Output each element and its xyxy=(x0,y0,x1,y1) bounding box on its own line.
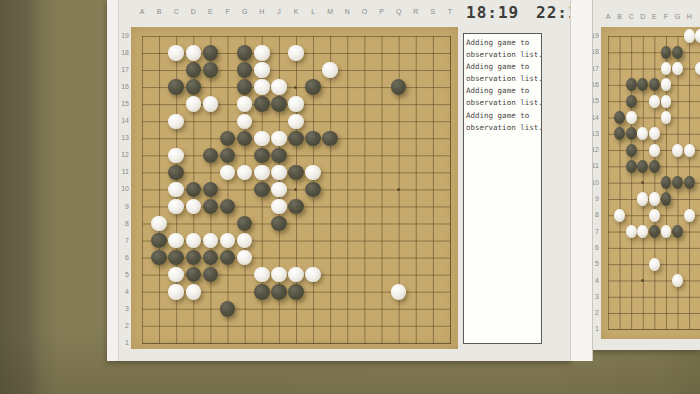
column-label: H xyxy=(685,13,693,21)
black-stone xyxy=(661,46,672,59)
black-stone xyxy=(288,284,304,300)
black-stone xyxy=(220,301,236,317)
black-stone xyxy=(288,165,304,181)
black-stone xyxy=(305,79,321,95)
black-stone xyxy=(288,131,304,147)
white-stone xyxy=(271,131,287,147)
white-stone xyxy=(695,29,700,42)
column-label: A xyxy=(138,8,146,16)
black-stone xyxy=(271,96,287,112)
white-stone xyxy=(168,182,184,198)
white-stone xyxy=(626,111,637,124)
black-stone xyxy=(626,160,637,173)
column-label: B xyxy=(155,8,163,16)
white-stone xyxy=(168,284,184,300)
black-stone xyxy=(322,131,338,147)
white-stone xyxy=(288,96,304,112)
white-stone xyxy=(186,45,202,61)
column-label: D xyxy=(189,8,197,16)
white-stone xyxy=(168,45,184,61)
row-label: 3 xyxy=(115,305,129,313)
white-stone xyxy=(684,29,695,42)
row-label: 9 xyxy=(115,203,129,211)
white-stone xyxy=(254,62,270,78)
black-stone xyxy=(186,62,202,78)
column-label: T xyxy=(446,8,454,16)
black-stone xyxy=(649,225,660,238)
column-label: F xyxy=(662,13,670,21)
row-label: 7 xyxy=(115,237,129,245)
column-label: E xyxy=(650,13,658,21)
white-stone xyxy=(288,114,304,130)
log-line: Adding game to xyxy=(466,37,539,49)
black-stone xyxy=(305,131,321,147)
log-line: Adding game to xyxy=(466,110,539,122)
log-line: observation list. xyxy=(466,122,539,134)
row-label: 10 xyxy=(115,185,129,193)
column-label: M xyxy=(326,8,334,16)
row-label: 15 xyxy=(115,100,129,108)
white-stone xyxy=(649,209,660,222)
row-label: 12 xyxy=(115,151,129,159)
secondary-go-board[interactable] xyxy=(601,27,700,339)
row-label: 8 xyxy=(115,220,129,228)
log-line: observation list. xyxy=(466,49,539,61)
black-stone xyxy=(684,176,695,189)
white-stone xyxy=(649,127,660,140)
black-stone xyxy=(203,62,219,78)
white-stone xyxy=(649,95,660,108)
left-projected-window: 18:19 22:1 ABCDEFGHJKLMNOPQRST1918171615… xyxy=(107,0,570,361)
white-stone xyxy=(288,267,304,283)
white-stone xyxy=(649,192,660,205)
black-stone xyxy=(288,199,304,215)
white-stone xyxy=(626,225,637,238)
black-stone xyxy=(203,45,219,61)
white-stone xyxy=(649,144,660,157)
column-label: K xyxy=(292,8,300,16)
white-clock: 18:19 xyxy=(466,3,519,22)
row-label: 19 xyxy=(115,32,129,40)
row-label: 13 xyxy=(115,134,129,142)
white-stone xyxy=(614,209,625,222)
white-stone xyxy=(672,274,683,287)
white-stone xyxy=(391,284,407,300)
white-stone xyxy=(151,216,167,232)
white-stone xyxy=(203,96,219,112)
row-label: 14 xyxy=(115,117,129,125)
black-stone xyxy=(254,96,270,112)
column-label: S xyxy=(429,8,437,16)
column-label: B xyxy=(616,13,624,21)
column-label: D xyxy=(639,13,647,21)
column-label: P xyxy=(378,8,386,16)
black-stone xyxy=(186,79,202,95)
log-line: Adding game to xyxy=(466,61,539,73)
column-label: L xyxy=(309,8,317,16)
black-stone xyxy=(614,111,625,124)
white-stone xyxy=(637,192,648,205)
window-divider xyxy=(570,0,593,361)
right-projected-window: ABCDEFGH19181716151413121110987654321 xyxy=(591,0,700,350)
black-stone xyxy=(672,46,683,59)
white-stone xyxy=(168,199,184,215)
row-label: 1 xyxy=(115,339,129,347)
row-label: 18 xyxy=(115,49,129,57)
column-label: O xyxy=(360,8,368,16)
black-stone xyxy=(168,165,184,181)
black-stone xyxy=(305,182,321,198)
server-message-log[interactable]: Adding game toobservation list.Adding ga… xyxy=(463,33,542,344)
log-line: observation list. xyxy=(466,73,539,85)
white-stone xyxy=(271,165,287,181)
black-stone xyxy=(271,216,287,232)
row-label: 11 xyxy=(115,168,129,176)
black-stone xyxy=(661,192,672,205)
row-label: 6 xyxy=(115,254,129,262)
white-stone xyxy=(271,182,287,198)
row-label: 2 xyxy=(115,322,129,330)
white-stone xyxy=(186,96,202,112)
column-label: F xyxy=(224,8,232,16)
column-label: J xyxy=(275,8,283,16)
white-stone xyxy=(254,79,270,95)
black-stone xyxy=(254,148,270,164)
black-stone xyxy=(237,45,253,61)
white-stone xyxy=(672,144,683,157)
white-stone xyxy=(168,114,184,130)
black-stone xyxy=(626,78,637,91)
white-stone xyxy=(254,131,270,147)
black-stone xyxy=(649,160,660,173)
white-stone xyxy=(271,79,287,95)
column-label: G xyxy=(241,8,249,16)
white-stone xyxy=(649,258,660,271)
column-label: A xyxy=(604,13,612,21)
black-stone xyxy=(271,284,287,300)
row-label: 4 xyxy=(115,288,129,296)
white-stone xyxy=(661,95,672,108)
column-label: H xyxy=(258,8,266,16)
white-stone xyxy=(168,148,184,164)
black-stone xyxy=(254,284,270,300)
white-stone xyxy=(254,45,270,61)
column-label: C xyxy=(172,8,180,16)
column-label: C xyxy=(627,13,635,21)
column-label: E xyxy=(206,8,214,16)
black-stone xyxy=(626,95,637,108)
column-label: N xyxy=(343,8,351,16)
black-stone xyxy=(626,144,637,157)
black-stone xyxy=(254,182,270,198)
white-stone xyxy=(684,144,695,157)
log-line: observation list. xyxy=(466,97,539,109)
black-stone xyxy=(271,148,287,164)
white-stone xyxy=(271,267,287,283)
white-stone xyxy=(684,209,695,222)
black-stone xyxy=(168,79,184,95)
white-stone xyxy=(186,284,202,300)
column-label: Q xyxy=(395,8,403,16)
row-label: 17 xyxy=(115,66,129,74)
row-label: 5 xyxy=(115,271,129,279)
log-line: Adding game to xyxy=(466,85,539,97)
black-stone xyxy=(626,127,637,140)
black-stone xyxy=(151,233,167,249)
white-stone xyxy=(271,199,287,215)
row-label: 16 xyxy=(115,83,129,91)
white-stone xyxy=(322,62,338,78)
column-label: R xyxy=(412,8,420,16)
main-go-board[interactable] xyxy=(131,27,458,349)
white-stone xyxy=(254,267,270,283)
white-stone xyxy=(695,62,700,75)
white-stone xyxy=(305,165,321,181)
column-label: G xyxy=(674,13,682,21)
white-stone xyxy=(288,45,304,61)
white-stone xyxy=(254,165,270,181)
